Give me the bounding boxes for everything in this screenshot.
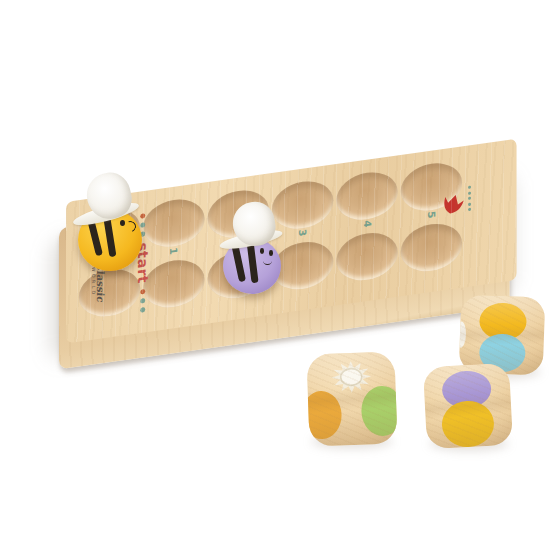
finish-dot bbox=[468, 202, 471, 205]
finish-dot bbox=[468, 197, 471, 200]
finish-dot bbox=[468, 208, 471, 211]
scene: start 0 1 2 3 4 5 Classic WORLD bbox=[0, 0, 560, 560]
die-face-white-sliver bbox=[459, 321, 467, 347]
track-number-5: 5 bbox=[426, 207, 437, 223]
finish-dot bbox=[468, 191, 471, 194]
die-face-yellow-dot bbox=[479, 302, 527, 341]
bee-smile bbox=[263, 257, 272, 265]
bee-eye bbox=[269, 250, 274, 256]
track-number-1: 1 bbox=[168, 243, 179, 259]
bee-eye bbox=[123, 219, 138, 234]
die-face-yellow-dot bbox=[441, 400, 495, 449]
track-number-4: 4 bbox=[362, 216, 373, 232]
color-die-bottom[interactable] bbox=[423, 363, 513, 449]
bee-eye bbox=[260, 248, 265, 254]
start-dot bbox=[140, 307, 145, 313]
symbol-die-left[interactable] bbox=[306, 351, 397, 446]
purple-bee-piece[interactable] bbox=[218, 202, 288, 294]
die-face-orange-dot bbox=[306, 390, 342, 439]
pit-front-4[interactable] bbox=[336, 229, 397, 284]
finish-dot bbox=[468, 185, 471, 188]
die-face-purple-dot bbox=[441, 370, 492, 410]
yellow-bee-piece[interactable] bbox=[74, 173, 146, 271]
track-number-3: 3 bbox=[297, 225, 308, 241]
pit-front-5[interactable] bbox=[401, 220, 462, 275]
color-die-right[interactable] bbox=[459, 295, 546, 376]
finish-line-dots bbox=[468, 185, 471, 211]
sun-icon bbox=[325, 355, 379, 403]
pit-back-4[interactable] bbox=[336, 169, 397, 224]
start-dot bbox=[140, 289, 145, 295]
start-dot bbox=[140, 298, 145, 304]
die-face-green-dot bbox=[361, 385, 398, 436]
